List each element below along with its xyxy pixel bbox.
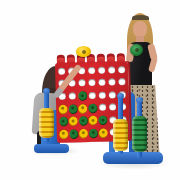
storage-post-left-knob [43,88,50,94]
scallop-front [56,58,64,64]
empty-hole [108,66,115,73]
cell-r6c3: ● [78,127,88,140]
empty-hole [98,79,105,86]
scallop-front [106,56,114,62]
empty-hole [109,104,116,111]
cell-r6c2: ● [68,127,78,140]
empty-hole [118,66,125,73]
cell-r3c6 [107,88,117,101]
green-disc-hole [135,48,139,52]
held-green-disc [130,44,143,56]
disc-center-hole [82,119,85,122]
held-yellow-disc [76,46,91,57]
empty-hole [88,67,95,74]
cell-r5c5: ● [98,114,108,127]
socket: ● [69,117,77,125]
yellow-disc-hole [82,50,86,54]
cell-r6c1: ● [59,127,69,140]
foot-left [34,144,69,153]
cell-r5c4: ● [88,114,98,127]
cell-r2c5 [97,76,107,89]
scallop-front [86,57,94,63]
ring-stack-left-yellow [39,108,54,138]
scallop-front [116,56,124,62]
disc-center-hole [91,119,94,122]
disc-center-hole [81,94,84,97]
empty-hole [118,78,125,85]
cell-r6c5: ● [98,126,108,139]
empty-hole [88,79,95,86]
storage-post-right-back-knob [136,97,143,103]
empty-hole [89,92,96,99]
socket: ● [60,129,68,137]
empty-hole [99,91,106,98]
socket: ● [78,91,86,99]
cell-r2c4 [87,76,97,89]
empty-hole [69,92,76,99]
cell-r1c5 [96,64,106,77]
cell-r2c6 [107,76,117,89]
empty-hole [108,91,115,98]
socket: ● [79,129,87,137]
cell-r5c3: ● [78,114,88,127]
socket: ● [89,129,97,137]
socket: ● [69,104,77,112]
cell-r5c1: ● [58,115,68,128]
cell-r4c6 [107,101,117,114]
cell-r1c6 [106,63,116,76]
socket: ● [79,104,87,112]
scallop-front [96,57,104,63]
socket: ● [59,104,67,112]
empty-hole [108,79,115,86]
cell-r3c4 [87,89,97,102]
ring-stack-right-yellow [113,119,128,151]
empty-hole [79,79,86,86]
empty-hole [99,104,106,111]
cell-r5c2: ● [68,114,78,127]
foot-right [103,152,163,164]
socket: ● [59,117,67,125]
socket: ● [69,129,77,137]
scallop-front [66,57,74,63]
cell-r1c1 [57,65,67,78]
scallop-front [76,57,84,63]
socket: ● [89,104,97,112]
socket: ● [89,116,97,124]
empty-hole [98,66,105,73]
product-photo-giant-connect-four: ●●●●●●●●●●●●●●● [0,0,180,180]
socket: ● [99,128,107,136]
empty-hole [59,67,66,74]
cell-r2c7 [116,76,126,89]
disc-center-hole [101,118,104,121]
storage-post-right-front-knob [117,93,124,99]
socket: ● [79,116,87,124]
cell-r3c3: ● [77,89,87,102]
right-player-headband [132,15,149,20]
cell-r1c7 [116,63,126,76]
ring-stack-right-green [132,116,147,152]
cell-r6c4: ● [88,126,98,139]
cell-r3c5 [97,89,107,102]
cell-r3c2 [68,89,78,102]
socket: ● [99,116,107,124]
cell-r1c4 [87,64,97,77]
